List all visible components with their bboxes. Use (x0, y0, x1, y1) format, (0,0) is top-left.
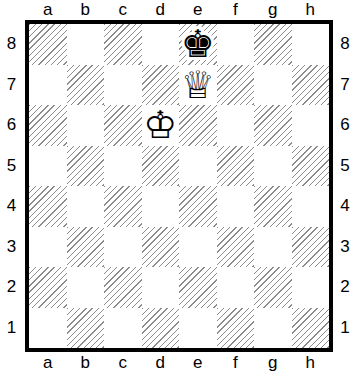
square-g2[interactable] (254, 267, 292, 308)
file-label-a-top: a (29, 0, 67, 20)
square-c1[interactable] (104, 308, 142, 349)
white-king: ♔ (142, 105, 180, 146)
square-b3[interactable] (67, 227, 105, 268)
square-c6[interactable] (104, 105, 142, 146)
square-e3[interactable] (179, 227, 217, 268)
rank-label-7-left: 7 (0, 65, 23, 106)
rank-label-1-left: 1 (0, 308, 23, 349)
rank-label-8-left: 8 (0, 24, 23, 65)
square-f7[interactable] (217, 65, 255, 106)
square-b4[interactable] (67, 186, 105, 227)
square-g1[interactable] (254, 308, 292, 349)
square-h4[interactable] (292, 186, 330, 227)
file-label-b-bottom: b (67, 352, 105, 374)
square-g3[interactable] (254, 227, 292, 268)
rank-label-5-right: 5 (334, 146, 356, 187)
rank-label-4-right: 4 (334, 186, 356, 227)
square-h5[interactable] (292, 146, 330, 187)
square-g6[interactable] (254, 105, 292, 146)
file-label-e-top: e (179, 0, 217, 20)
square-d2[interactable] (142, 267, 180, 308)
square-d3[interactable] (142, 227, 180, 268)
file-label-g-bottom: g (254, 352, 292, 374)
rank-label-6-left: 6 (0, 105, 23, 146)
square-e6[interactable] (179, 105, 217, 146)
square-a3[interactable] (29, 227, 67, 268)
rank-label-5-left: 5 (0, 146, 23, 187)
square-e7[interactable]: ♕♕ (179, 65, 217, 106)
rank-label-7-right: 7 (334, 65, 356, 106)
square-f8[interactable] (217, 24, 255, 65)
square-c8[interactable] (104, 24, 142, 65)
square-h2[interactable] (292, 267, 330, 308)
chess-board: ♚♚♕♕♔♔ (25, 20, 333, 352)
square-b2[interactable] (67, 267, 105, 308)
rank-labels-right: 87654321 (334, 24, 356, 348)
file-label-e-bottom: e (179, 352, 217, 374)
square-e2[interactable] (179, 267, 217, 308)
white-queen: ♕ (179, 65, 217, 106)
square-g7[interactable] (254, 65, 292, 106)
square-a4[interactable] (29, 186, 67, 227)
square-a2[interactable] (29, 267, 67, 308)
square-d6[interactable]: ♔♔ (142, 105, 180, 146)
square-d5[interactable] (142, 146, 180, 187)
square-f3[interactable] (217, 227, 255, 268)
file-labels-top: abcdefgh (29, 0, 329, 20)
file-labels-bottom: abcdefgh (29, 352, 329, 374)
square-g4[interactable] (254, 186, 292, 227)
square-b1[interactable] (67, 308, 105, 349)
file-label-c-top: c (104, 0, 142, 20)
square-d4[interactable] (142, 186, 180, 227)
square-c5[interactable] (104, 146, 142, 187)
file-label-c-bottom: c (104, 352, 142, 374)
square-h6[interactable] (292, 105, 330, 146)
square-h7[interactable] (292, 65, 330, 106)
file-label-f-top: f (217, 0, 255, 20)
file-label-h-bottom: h (292, 352, 330, 374)
rank-label-6-right: 6 (334, 105, 356, 146)
square-f6[interactable] (217, 105, 255, 146)
square-e4[interactable] (179, 186, 217, 227)
rank-label-8-right: 8 (334, 24, 356, 65)
rank-label-3-left: 3 (0, 227, 23, 268)
file-label-d-top: d (142, 0, 180, 20)
square-d8[interactable] (142, 24, 180, 65)
square-a7[interactable] (29, 65, 67, 106)
square-a8[interactable] (29, 24, 67, 65)
rank-label-2-right: 2 (334, 267, 356, 308)
square-d1[interactable] (142, 308, 180, 349)
rank-label-2-left: 2 (0, 267, 23, 308)
square-f1[interactable] (217, 308, 255, 349)
rank-label-4-left: 4 (0, 186, 23, 227)
square-h1[interactable] (292, 308, 330, 349)
square-c2[interactable] (104, 267, 142, 308)
square-c3[interactable] (104, 227, 142, 268)
square-g8[interactable] (254, 24, 292, 65)
file-label-a-bottom: a (29, 352, 67, 374)
file-label-g-top: g (254, 0, 292, 20)
square-g5[interactable] (254, 146, 292, 187)
square-a6[interactable] (29, 105, 67, 146)
square-c4[interactable] (104, 186, 142, 227)
file-label-f-bottom: f (217, 352, 255, 374)
square-c7[interactable] (104, 65, 142, 106)
square-a1[interactable] (29, 308, 67, 349)
file-label-b-top: b (67, 0, 105, 20)
square-e1[interactable] (179, 308, 217, 349)
rank-label-1-right: 1 (334, 308, 356, 349)
square-b6[interactable] (67, 105, 105, 146)
square-b5[interactable] (67, 146, 105, 187)
file-label-h-top: h (292, 0, 330, 20)
rank-label-3-right: 3 (334, 227, 356, 268)
square-e8[interactable]: ♚♚ (179, 24, 217, 65)
square-f4[interactable] (217, 186, 255, 227)
square-b7[interactable] (67, 65, 105, 106)
square-b8[interactable] (67, 24, 105, 65)
square-f2[interactable] (217, 267, 255, 308)
file-label-d-bottom: d (142, 352, 180, 374)
square-d7[interactable] (142, 65, 180, 106)
square-e5[interactable] (179, 146, 217, 187)
square-h3[interactable] (292, 227, 330, 268)
square-f5[interactable] (217, 146, 255, 187)
rank-labels-left: 87654321 (0, 24, 23, 348)
square-h8[interactable] (292, 24, 330, 65)
chess-diagram: abcdefgh 87654321 87654321 ♚♚♕♕♔♔ abcdef… (0, 0, 362, 374)
square-a5[interactable] (29, 146, 67, 187)
black-king: ♚ (179, 24, 217, 65)
